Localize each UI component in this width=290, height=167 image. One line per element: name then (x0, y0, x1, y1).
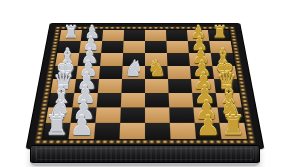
piece-black-rook-h8: ♜ (212, 24, 227, 41)
piece-black-rook-a8: ♜ (221, 112, 246, 140)
pieces-layer: ♜♟♟♜♟♟♝♟♟♝♚♟♞♞♟♚♛♟♟♛♝♟♟♝♞♟♟♞♜♟♟♜ (0, 0, 290, 167)
piece-white-rook-a1: ♜ (44, 112, 69, 140)
piece-white-rook-h1: ♜ (63, 24, 78, 41)
chess-set-photo: ♜♟♟♜♟♟♝♟♟♝♚♟♞♞♟♚♛♟♟♛♝♟♟♝♞♟♟♞♜♟♟♜ (0, 0, 290, 167)
piece-white-pawn-a2: ♟ (70, 112, 95, 140)
piece-white-knight-e4: ♞ (124, 58, 143, 80)
piece-black-knight-e5: ♞ (147, 58, 166, 80)
piece-black-pawn-a7: ♟ (196, 112, 221, 140)
